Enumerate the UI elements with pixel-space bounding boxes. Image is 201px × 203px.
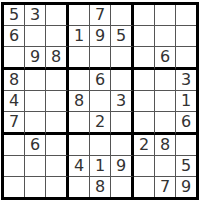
cell-r4c5[interactable]: 6 xyxy=(90,70,111,91)
cell-r7c7[interactable]: 2 xyxy=(134,135,155,156)
cell-r2c3[interactable] xyxy=(46,26,69,47)
cell-r8c8[interactable] xyxy=(155,156,176,177)
board-row-7: 628 xyxy=(4,135,196,156)
cell-r5c4[interactable]: 8 xyxy=(69,91,90,112)
cell-r3c1[interactable] xyxy=(4,47,25,70)
cell-r5c7[interactable] xyxy=(134,91,155,112)
cell-r4c7[interactable] xyxy=(134,70,155,91)
cell-r8c6[interactable]: 9 xyxy=(111,156,134,177)
cell-r4c8[interactable] xyxy=(155,70,176,91)
cell-r5c1[interactable]: 4 xyxy=(4,91,25,112)
cell-r2c9[interactable] xyxy=(176,26,196,47)
cell-r6c9[interactable]: 6 xyxy=(176,112,196,135)
cell-r1c3[interactable] xyxy=(46,5,69,26)
cell-r9c1[interactable] xyxy=(4,177,25,197)
cell-r7c6[interactable] xyxy=(111,135,134,156)
cell-r1c8[interactable] xyxy=(155,5,176,26)
cell-r8c1[interactable] xyxy=(4,156,25,177)
cell-r4c1[interactable]: 8 xyxy=(4,70,25,91)
cell-r4c3[interactable] xyxy=(46,70,69,91)
cell-r5c8[interactable] xyxy=(155,91,176,112)
cell-r4c6[interactable] xyxy=(111,70,134,91)
cell-r6c5[interactable]: 2 xyxy=(90,112,111,135)
cell-r8c9[interactable]: 5 xyxy=(176,156,196,177)
cell-r7c8[interactable]: 8 xyxy=(155,135,176,156)
cell-r4c2[interactable] xyxy=(25,70,46,91)
cell-r6c1[interactable]: 7 xyxy=(4,112,25,135)
cell-r3c4[interactable] xyxy=(69,47,90,70)
cell-r7c1[interactable] xyxy=(4,135,25,156)
cell-r8c4[interactable]: 4 xyxy=(69,156,90,177)
cell-r8c5[interactable]: 1 xyxy=(90,156,111,177)
board-row-2: 6195 xyxy=(4,26,196,47)
cell-r5c6[interactable]: 3 xyxy=(111,91,134,112)
board-row-3: 986 xyxy=(4,47,196,70)
cell-r9c5[interactable]: 8 xyxy=(90,177,111,197)
board-row-5: 4831 xyxy=(4,91,196,112)
sudoku-puzzle: 537619598686348317266284195879 xyxy=(0,0,201,203)
cell-r8c3[interactable] xyxy=(46,156,69,177)
cell-r1c5[interactable]: 7 xyxy=(90,5,111,26)
cell-r1c7[interactable] xyxy=(134,5,155,26)
board-row-4: 863 xyxy=(4,70,196,91)
cell-r3c2[interactable]: 9 xyxy=(25,47,46,70)
cell-r9c8[interactable]: 7 xyxy=(155,177,176,197)
cell-r5c5[interactable] xyxy=(90,91,111,112)
cell-r9c7[interactable] xyxy=(134,177,155,197)
cell-r2c7[interactable] xyxy=(134,26,155,47)
cell-r9c4[interactable] xyxy=(69,177,90,197)
cell-r6c8[interactable] xyxy=(155,112,176,135)
cell-r6c3[interactable] xyxy=(46,112,69,135)
cell-r1c9[interactable] xyxy=(176,5,196,26)
board-row-1: 537 xyxy=(4,5,196,26)
cell-r7c4[interactable] xyxy=(69,135,90,156)
cell-r1c1[interactable]: 5 xyxy=(4,5,25,26)
cell-r5c2[interactable] xyxy=(25,91,46,112)
cell-r4c9[interactable]: 3 xyxy=(176,70,196,91)
cell-r6c6[interactable] xyxy=(111,112,134,135)
cell-r3c6[interactable] xyxy=(111,47,134,70)
cell-r5c3[interactable] xyxy=(46,91,69,112)
cell-r2c2[interactable] xyxy=(25,26,46,47)
cell-r6c7[interactable] xyxy=(134,112,155,135)
cell-r3c7[interactable] xyxy=(134,47,155,70)
cell-r3c3[interactable]: 8 xyxy=(46,47,69,70)
cell-r2c8[interactable] xyxy=(155,26,176,47)
cell-r9c2[interactable] xyxy=(25,177,46,197)
cell-r2c4[interactable]: 1 xyxy=(69,26,90,47)
cell-r2c6[interactable]: 5 xyxy=(111,26,134,47)
cell-r7c9[interactable] xyxy=(176,135,196,156)
cell-r9c6[interactable] xyxy=(111,177,134,197)
cell-r1c6[interactable] xyxy=(111,5,134,26)
cell-r7c3[interactable] xyxy=(46,135,69,156)
cell-r2c5[interactable]: 9 xyxy=(90,26,111,47)
cell-r4c4[interactable] xyxy=(69,70,90,91)
cell-r6c2[interactable] xyxy=(25,112,46,135)
cell-r9c3[interactable] xyxy=(46,177,69,197)
board-row-6: 726 xyxy=(4,112,196,135)
cell-r3c5[interactable] xyxy=(90,47,111,70)
cell-r8c2[interactable] xyxy=(25,156,46,177)
cell-r6c4[interactable] xyxy=(69,112,90,135)
cell-r7c5[interactable] xyxy=(90,135,111,156)
cell-r1c4[interactable] xyxy=(69,5,90,26)
cell-r3c8[interactable]: 6 xyxy=(155,47,176,70)
cell-r5c9[interactable]: 1 xyxy=(176,91,196,112)
cell-r9c9[interactable]: 9 xyxy=(176,177,196,197)
cell-r3c9[interactable] xyxy=(176,47,196,70)
cell-r2c1[interactable]: 6 xyxy=(4,26,25,47)
board-row-8: 4195 xyxy=(4,156,196,177)
sudoku-board: 537619598686348317266284195879 xyxy=(1,2,199,200)
board-row-9: 879 xyxy=(4,177,196,197)
cell-r1c2[interactable]: 3 xyxy=(25,5,46,26)
cell-r7c2[interactable]: 6 xyxy=(25,135,46,156)
cell-r8c7[interactable] xyxy=(134,156,155,177)
